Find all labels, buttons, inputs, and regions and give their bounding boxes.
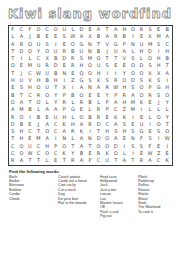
grid-cell[interactable]: R xyxy=(94,150,103,157)
grid-cell[interactable]: B xyxy=(51,70,60,77)
grid-cell[interactable]: F xyxy=(146,143,155,150)
grid-cell[interactable]: W xyxy=(69,33,78,40)
grid-cell[interactable]: P xyxy=(60,106,69,113)
grid-cell[interactable]: I xyxy=(154,135,163,142)
grid-cell[interactable]: M xyxy=(86,55,95,62)
grid-cell[interactable]: V xyxy=(120,55,129,62)
grid-cell[interactable]: A xyxy=(111,26,120,33)
grid-cell[interactable]: F xyxy=(9,26,18,33)
grid-cell[interactable]: O xyxy=(146,55,155,62)
grid-cell[interactable]: O xyxy=(17,143,26,150)
grid-cell[interactable]: A xyxy=(43,106,52,113)
grid-cell[interactable]: C xyxy=(154,157,163,164)
grid-cell[interactable]: D xyxy=(137,62,146,69)
grid-cell[interactable]: Y xyxy=(51,99,60,106)
grid-cell[interactable]: R xyxy=(9,157,18,164)
grid-cell[interactable]: C xyxy=(26,92,35,99)
grid-cell[interactable]: E xyxy=(43,114,52,121)
grid-cell[interactable]: E xyxy=(26,121,35,128)
grid-cell[interactable]: O xyxy=(60,143,69,150)
grid-cell[interactable]: C xyxy=(51,128,60,135)
grid-cell[interactable]: T xyxy=(34,128,43,135)
grid-cell[interactable]: H xyxy=(43,143,52,150)
grid-cell[interactable]: N xyxy=(60,135,69,142)
grid-cell[interactable]: N xyxy=(129,41,138,48)
grid-cell[interactable]: R xyxy=(34,92,43,99)
grid-cell[interactable]: S xyxy=(137,77,146,84)
grid-cell[interactable]: B xyxy=(94,48,103,55)
grid-cell[interactable]: A xyxy=(111,135,120,142)
grid-cell[interactable]: Y xyxy=(34,48,43,55)
grid-cell[interactable]: R xyxy=(69,157,78,164)
grid-cell[interactable]: O xyxy=(163,92,172,99)
grid-cell[interactable]: E xyxy=(86,92,95,99)
grid-cell[interactable]: I xyxy=(51,135,60,142)
grid-cell[interactable]: U xyxy=(34,41,43,48)
grid-cell[interactable]: E xyxy=(86,150,95,157)
grid-cell[interactable]: D xyxy=(94,135,103,142)
grid-cell[interactable]: A xyxy=(111,121,120,128)
grid-cell[interactable]: R xyxy=(137,26,146,33)
grid-cell[interactable]: H xyxy=(120,26,129,33)
grid-cell[interactable]: L xyxy=(43,99,52,106)
grid-cell[interactable]: S xyxy=(43,41,52,48)
grid-cell[interactable]: I xyxy=(129,150,138,157)
grid-cell[interactable]: E xyxy=(146,128,155,135)
grid-cell[interactable]: T xyxy=(129,157,138,164)
grid-cell[interactable]: E xyxy=(51,33,60,40)
grid-cell[interactable]: C xyxy=(9,143,18,150)
grid-cell[interactable]: A xyxy=(77,157,86,164)
grid-cell[interactable]: A xyxy=(77,121,86,128)
grid-cell[interactable]: V xyxy=(103,41,112,48)
grid-cell[interactable]: B xyxy=(51,55,60,62)
grid-cell[interactable]: C xyxy=(34,55,43,62)
grid-cell[interactable]: O xyxy=(86,70,95,77)
grid-cell[interactable]: N xyxy=(86,41,95,48)
grid-cell[interactable]: B xyxy=(69,92,78,99)
grid-cell[interactable]: O xyxy=(34,26,43,33)
grid-cell[interactable]: G xyxy=(77,41,86,48)
grid-cell[interactable]: K xyxy=(94,77,103,84)
grid-cell[interactable]: E xyxy=(77,106,86,113)
grid-cell[interactable]: A xyxy=(77,135,86,142)
grid-cell[interactable]: A xyxy=(129,92,138,99)
grid-cell[interactable]: O xyxy=(137,70,146,77)
grid-cell[interactable]: L xyxy=(9,33,18,40)
grid-cell[interactable]: F xyxy=(137,135,146,142)
grid-cell[interactable]: B xyxy=(69,48,78,55)
grid-cell[interactable]: I xyxy=(26,114,35,121)
grid-cell[interactable]: D xyxy=(129,77,138,84)
grid-cell[interactable]: H xyxy=(51,77,60,84)
grid-cell[interactable]: Y xyxy=(103,92,112,99)
grid-cell[interactable]: E xyxy=(154,26,163,33)
grid-cell[interactable]: O xyxy=(9,62,18,69)
grid-cell[interactable]: C xyxy=(26,70,35,77)
grid-cell[interactable]: J xyxy=(26,33,35,40)
grid-cell[interactable]: U xyxy=(77,48,86,55)
grid-cell[interactable]: O xyxy=(103,143,112,150)
grid-cell[interactable]: L xyxy=(69,114,78,121)
grid-cell[interactable]: T xyxy=(111,157,120,164)
grid-cell[interactable]: R xyxy=(60,99,69,106)
grid-cell[interactable]: R xyxy=(94,106,103,113)
grid-cell[interactable]: R xyxy=(146,92,155,99)
grid-cell[interactable]: E xyxy=(17,62,26,69)
grid-cell[interactable]: O xyxy=(94,55,103,62)
grid-cell[interactable]: R xyxy=(60,48,69,55)
grid-cell[interactable]: W xyxy=(146,150,155,157)
grid-cell[interactable]: K xyxy=(60,121,69,128)
grid-cell[interactable]: O xyxy=(137,92,146,99)
grid-cell[interactable]: E xyxy=(43,33,52,40)
grid-cell[interactable]: Y xyxy=(51,92,60,99)
grid-cell[interactable]: U xyxy=(43,70,52,77)
grid-cell[interactable]: H xyxy=(103,128,112,135)
grid-cell[interactable]: S xyxy=(103,62,112,69)
grid-cell[interactable]: R xyxy=(69,62,78,69)
grid-cell[interactable]: U xyxy=(137,41,146,48)
grid-cell[interactable]: Z xyxy=(120,106,129,113)
grid-cell[interactable]: N xyxy=(86,48,95,55)
grid-cell[interactable]: U xyxy=(60,26,69,33)
grid-cell[interactable]: H xyxy=(94,70,103,77)
grid-cell[interactable]: B xyxy=(17,121,26,128)
grid-cell[interactable]: D xyxy=(111,143,120,150)
grid-cell[interactable]: S xyxy=(86,77,95,84)
grid-cell[interactable]: H xyxy=(120,84,129,91)
grid-cell[interactable]: A xyxy=(77,143,86,150)
grid-cell[interactable]: N xyxy=(86,135,95,142)
grid-cell[interactable]: R xyxy=(103,84,112,91)
grid-cell[interactable]: B xyxy=(86,114,95,121)
grid-cell[interactable]: E xyxy=(94,92,103,99)
grid-cell[interactable]: Q xyxy=(77,70,86,77)
grid-cell[interactable]: O xyxy=(77,92,86,99)
grid-cell[interactable]: T xyxy=(103,55,112,62)
grid-cell[interactable]: H xyxy=(163,48,172,55)
grid-cell[interactable]: B xyxy=(9,92,18,99)
grid-cell[interactable]: P xyxy=(146,84,155,91)
grid-cell[interactable]: E xyxy=(129,121,138,128)
grid-cell[interactable]: I xyxy=(60,77,69,84)
grid-cell[interactable]: L xyxy=(43,157,52,164)
grid-cell[interactable]: L xyxy=(146,114,155,121)
grid-cell[interactable]: C xyxy=(111,106,120,113)
grid-cell[interactable]: L xyxy=(129,48,138,55)
grid-cell[interactable]: B xyxy=(86,99,95,106)
grid-cell[interactable]: O xyxy=(154,121,163,128)
grid-cell[interactable]: T xyxy=(94,128,103,135)
grid-cell[interactable]: S xyxy=(17,84,26,91)
grid-cell[interactable]: Z xyxy=(154,150,163,157)
grid-cell[interactable]: R xyxy=(43,62,52,69)
grid-cell[interactable]: A xyxy=(120,157,129,164)
grid-cell[interactable]: M xyxy=(154,33,163,40)
grid-cell[interactable]: S xyxy=(129,128,138,135)
grid-cell[interactable]: B xyxy=(43,77,52,84)
grid-cell[interactable]: K xyxy=(103,150,112,157)
grid-cell[interactable]: E xyxy=(60,41,69,48)
grid-cell[interactable]: T xyxy=(60,157,69,164)
grid-cell[interactable]: K xyxy=(146,77,155,84)
grid-cell[interactable]: H xyxy=(17,135,26,142)
grid-cell[interactable]: O xyxy=(129,70,138,77)
grid-cell[interactable]: U xyxy=(94,62,103,69)
grid-cell[interactable]: T xyxy=(163,121,172,128)
grid-cell[interactable]: R xyxy=(69,55,78,62)
grid-cell[interactable]: E xyxy=(120,62,129,69)
grid-cell[interactable]: E xyxy=(137,114,146,121)
grid-cell[interactable]: T xyxy=(9,135,18,142)
grid-cell[interactable]: D xyxy=(9,121,18,128)
grid-cell[interactable]: A xyxy=(77,33,86,40)
grid-cell[interactable]: E xyxy=(26,135,35,142)
grid-cell[interactable]: Z xyxy=(69,77,78,84)
grid-cell[interactable]: S xyxy=(146,62,155,69)
grid-cell[interactable]: I xyxy=(146,121,155,128)
grid-cell[interactable]: K xyxy=(163,157,172,164)
grid-cell[interactable]: B xyxy=(34,33,43,40)
grid-cell[interactable]: T xyxy=(26,157,35,164)
grid-cell[interactable]: O xyxy=(51,26,60,33)
grid-cell[interactable]: R xyxy=(69,128,78,135)
grid-cell[interactable]: J xyxy=(34,121,43,128)
grid-cell[interactable]: O xyxy=(17,150,26,157)
grid-cell[interactable]: O xyxy=(69,41,78,48)
grid-cell[interactable]: S xyxy=(103,77,112,84)
grid-cell[interactable]: H xyxy=(9,77,18,84)
grid-cell[interactable]: B xyxy=(94,33,103,40)
grid-cell[interactable]: X xyxy=(43,55,52,62)
grid-cell[interactable]: F xyxy=(26,26,35,33)
grid-cell[interactable]: A xyxy=(60,128,69,135)
grid-cell[interactable]: A xyxy=(51,106,60,113)
grid-cell[interactable]: T xyxy=(9,48,18,55)
grid-cell[interactable]: E xyxy=(137,33,146,40)
grid-cell[interactable]: J xyxy=(154,99,163,106)
grid-cell[interactable]: A xyxy=(103,33,112,40)
grid-cell[interactable]: X xyxy=(146,33,155,40)
grid-cell[interactable]: A xyxy=(163,33,172,40)
grid-cell[interactable]: G xyxy=(154,84,163,91)
grid-cell[interactable]: H xyxy=(120,128,129,135)
grid-cell[interactable]: L xyxy=(146,106,155,113)
grid-cell[interactable]: I xyxy=(163,143,172,150)
grid-cell[interactable]: L xyxy=(137,55,146,62)
grid-cell[interactable]: M xyxy=(17,106,26,113)
grid-cell[interactable]: H xyxy=(154,55,163,62)
grid-cell[interactable]: M xyxy=(26,62,35,69)
grid-cell[interactable]: H xyxy=(69,121,78,128)
grid-cell[interactable]: L xyxy=(69,135,78,142)
grid-cell[interactable]: S xyxy=(154,128,163,135)
grid-cell[interactable]: O xyxy=(129,62,138,69)
grid-cell[interactable]: C xyxy=(163,41,172,48)
grid-cell[interactable]: L xyxy=(34,106,43,113)
grid-cell[interactable]: Y xyxy=(69,150,78,157)
grid-cell[interactable]: O xyxy=(17,114,26,121)
grid-cell[interactable]: S xyxy=(129,55,138,62)
grid-cell[interactable]: B xyxy=(163,55,172,62)
grid-cell[interactable]: D xyxy=(60,55,69,62)
grid-cell[interactable]: T xyxy=(9,55,18,62)
grid-cell[interactable]: C xyxy=(51,121,60,128)
grid-cell[interactable]: R xyxy=(17,41,26,48)
grid-cell[interactable]: O xyxy=(26,41,35,48)
grid-cell[interactable]: U xyxy=(17,77,26,84)
grid-cell[interactable]: K xyxy=(137,99,146,106)
grid-cell[interactable]: C xyxy=(34,150,43,157)
grid-cell[interactable]: R xyxy=(86,121,95,128)
grid-cell[interactable]: Y xyxy=(163,99,172,106)
grid-cell[interactable]: I xyxy=(120,143,129,150)
grid-cell[interactable]: H xyxy=(120,99,129,106)
grid-cell[interactable]: L xyxy=(120,150,129,157)
grid-cell[interactable]: G xyxy=(111,41,120,48)
grid-cell[interactable]: I xyxy=(129,114,138,121)
grid-cell[interactable]: N xyxy=(129,135,138,142)
grid-cell[interactable]: H xyxy=(34,77,43,84)
grid-cell[interactable]: L xyxy=(69,99,78,106)
grid-cell[interactable]: E xyxy=(86,26,95,33)
grid-cell[interactable]: O xyxy=(86,62,95,69)
grid-cell[interactable]: A xyxy=(94,26,103,33)
grid-cell[interactable]: W xyxy=(111,84,120,91)
grid-cell[interactable]: O xyxy=(34,99,43,106)
grid-cell[interactable]: A xyxy=(9,106,18,113)
grid-cell[interactable]: A xyxy=(94,84,103,91)
grid-cell[interactable]: E xyxy=(60,62,69,69)
grid-cell[interactable]: C xyxy=(34,143,43,150)
grid-cell[interactable]: H xyxy=(60,114,69,121)
grid-cell[interactable]: P xyxy=(103,106,112,113)
grid-cell[interactable]: E xyxy=(103,114,112,121)
grid-cell[interactable]: Y xyxy=(120,70,129,77)
grid-cell[interactable]: A xyxy=(163,70,172,77)
grid-cell[interactable]: O xyxy=(26,48,35,55)
grid-cell[interactable]: B xyxy=(26,106,35,113)
grid-cell[interactable]: L xyxy=(26,55,35,62)
grid-cell[interactable]: O xyxy=(154,114,163,121)
grid-cell[interactable]: E xyxy=(154,143,163,150)
grid-cell[interactable]: O xyxy=(9,99,18,106)
grid-cell[interactable]: S xyxy=(146,135,155,142)
grid-cell[interactable]: A xyxy=(17,33,26,40)
grid-cell[interactable]: U xyxy=(51,114,60,121)
grid-cell[interactable]: X xyxy=(146,70,155,77)
grid-cell[interactable]: C xyxy=(103,121,112,128)
grid-cell[interactable]: A xyxy=(43,121,52,128)
grid-cell[interactable]: Y xyxy=(163,114,172,121)
grid-cell[interactable]: B xyxy=(120,33,129,40)
grid-cell[interactable]: A xyxy=(77,84,86,91)
grid-cell[interactable]: I xyxy=(154,48,163,55)
grid-cell[interactable]: T xyxy=(34,157,43,164)
grid-cell[interactable]: S xyxy=(60,33,69,40)
grid-cell[interactable]: T xyxy=(111,55,120,62)
grid-cell[interactable]: S xyxy=(129,84,138,91)
grid-cell[interactable]: T xyxy=(163,62,172,69)
grid-cell[interactable]: M xyxy=(129,99,138,106)
grid-cell[interactable]: S xyxy=(129,143,138,150)
grid-cell[interactable]: M xyxy=(34,135,43,142)
grid-cell[interactable]: R xyxy=(120,92,129,99)
grid-cell[interactable]: M xyxy=(146,41,155,48)
grid-cell[interactable]: P xyxy=(86,157,95,164)
grid-cell[interactable]: P xyxy=(103,99,112,106)
grid-cell[interactable]: U xyxy=(26,143,35,150)
grid-cell[interactable]: R xyxy=(137,157,146,164)
grid-cell[interactable]: T xyxy=(86,143,95,150)
grid-cell[interactable]: R xyxy=(9,114,18,121)
grid-cell[interactable]: O xyxy=(111,150,120,157)
grid-cell[interactable]: O xyxy=(137,84,146,91)
grid-cell[interactable]: E xyxy=(51,157,60,164)
grid-cell[interactable]: L xyxy=(69,26,78,33)
grid-cell[interactable]: A xyxy=(17,157,26,164)
grid-cell[interactable]: E xyxy=(9,84,18,91)
grid-cell[interactable]: O xyxy=(43,92,52,99)
grid-cell[interactable]: O xyxy=(120,77,129,84)
grid-cell[interactable]: X xyxy=(60,84,69,91)
grid-cell[interactable]: K xyxy=(60,150,69,157)
grid-cell[interactable]: S xyxy=(77,55,86,62)
grid-cell[interactable]: X xyxy=(86,33,95,40)
grid-cell[interactable]: O xyxy=(43,48,52,55)
grid-cell[interactable]: S xyxy=(111,128,120,135)
grid-cell[interactable]: C xyxy=(43,26,52,33)
grid-cell[interactable]: T xyxy=(51,84,60,91)
grid-cell[interactable]: E xyxy=(137,150,146,157)
grid-cell[interactable]: G xyxy=(137,128,146,135)
grid-cell[interactable]: E xyxy=(120,135,129,142)
grid-cell[interactable]: P xyxy=(111,92,120,99)
grid-cell[interactable]: P xyxy=(120,41,129,48)
grid-cell[interactable]: I xyxy=(103,70,112,77)
grid-cell[interactable]: C xyxy=(26,128,35,135)
grid-cell[interactable]: A xyxy=(17,99,26,106)
grid-cell[interactable]: D xyxy=(77,26,86,33)
grid-cell[interactable]: O xyxy=(129,26,138,33)
grid-cell[interactable]: K xyxy=(77,128,86,135)
grid-cell[interactable]: B xyxy=(163,26,172,33)
grid-cell[interactable]: I xyxy=(129,33,138,40)
grid-cell[interactable]: I xyxy=(111,70,120,77)
grid-cell[interactable]: L xyxy=(94,99,103,106)
grid-cell[interactable]: S xyxy=(137,143,146,150)
grid-cell[interactable]: I xyxy=(137,106,146,113)
grid-cell[interactable]: O xyxy=(43,128,52,135)
grid-cell[interactable]: R xyxy=(77,99,86,106)
grid-cell[interactable]: I xyxy=(51,41,60,48)
grid-cell[interactable]: O xyxy=(77,114,86,121)
grid-cell[interactable]: P xyxy=(51,143,60,150)
grid-cell[interactable]: U xyxy=(34,62,43,69)
grid-cell[interactable]: O xyxy=(94,143,103,150)
grid-cell[interactable]: T xyxy=(26,99,35,106)
grid-cell[interactable]: E xyxy=(111,62,120,69)
grid-cell[interactable]: U xyxy=(103,157,112,164)
grid-cell[interactable]: S xyxy=(9,128,18,135)
grid-cell[interactable]: H xyxy=(154,62,163,69)
grid-cell[interactable]: I xyxy=(17,55,26,62)
grid-cell[interactable]: W xyxy=(34,70,43,77)
grid-cell[interactable]: S xyxy=(120,121,129,128)
grid-cell[interactable]: S xyxy=(154,77,163,84)
grid-cell[interactable]: H xyxy=(163,84,172,91)
